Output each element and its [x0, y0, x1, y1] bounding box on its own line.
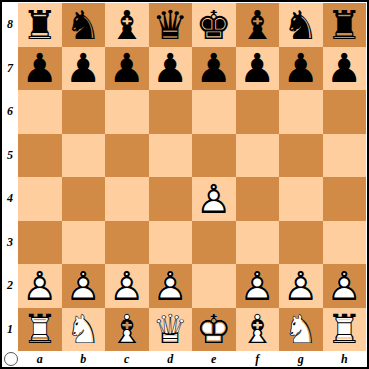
- piece-white-rook: ♜♖: [323, 308, 367, 352]
- piece-black-pawn: ♟: [105, 47, 149, 91]
- black-piece-layer: ♟: [236, 47, 280, 91]
- square-e4[interactable]: ♟♙: [192, 177, 236, 221]
- piece-black-pawn: ♟: [18, 47, 62, 91]
- square-h6[interactable]: [323, 90, 367, 134]
- file-label-h: h: [323, 352, 367, 367]
- black-piece-layer: ♞: [279, 3, 323, 47]
- file-label-e: e: [192, 352, 236, 367]
- rank-label-1: 1: [2, 308, 18, 352]
- square-e5[interactable]: [192, 134, 236, 178]
- piece-white-knight: ♞♘: [279, 308, 323, 352]
- piece-black-king: ♚: [192, 3, 236, 47]
- square-h4[interactable]: [323, 177, 367, 221]
- piece-black-pawn: ♟: [62, 47, 106, 91]
- white-piece-outline-layer: ♔: [192, 308, 236, 352]
- square-d1[interactable]: ♛♕: [149, 308, 193, 352]
- square-g4[interactable]: [279, 177, 323, 221]
- square-f3[interactable]: [236, 221, 280, 265]
- square-a6[interactable]: [18, 90, 62, 134]
- square-f7[interactable]: ♟: [236, 47, 280, 91]
- square-f8[interactable]: ♝: [236, 3, 280, 47]
- piece-white-pawn: ♟♙: [323, 264, 367, 308]
- piece-white-king: ♚♔: [192, 308, 236, 352]
- square-a5[interactable]: [18, 134, 62, 178]
- chess-board: ♜♞♝♛♚♝♞♜♟♟♟♟♟♟♟♟♟♙♟♙♟♙♟♙♟♙♟♙♟♙♟♙♜♖♞♘♝♗♛♕…: [18, 3, 366, 351]
- square-g2[interactable]: ♟♙: [279, 264, 323, 308]
- black-piece-layer: ♟: [279, 47, 323, 91]
- square-g5[interactable]: [279, 134, 323, 178]
- black-piece-layer: ♟: [192, 47, 236, 91]
- square-e2[interactable]: [192, 264, 236, 308]
- white-piece-outline-layer: ♙: [18, 264, 62, 308]
- square-c4[interactable]: [105, 177, 149, 221]
- piece-black-knight: ♞: [279, 3, 323, 47]
- move-indicator-circle: [4, 352, 18, 366]
- piece-white-rook: ♜♖: [18, 308, 62, 352]
- square-g8[interactable]: ♞: [279, 3, 323, 47]
- piece-white-pawn: ♟♙: [105, 264, 149, 308]
- piece-white-pawn: ♟♙: [236, 264, 280, 308]
- rank-label-2: 2: [2, 264, 18, 308]
- square-f2[interactable]: ♟♙: [236, 264, 280, 308]
- square-f5[interactable]: [236, 134, 280, 178]
- rank-label-5: 5: [2, 134, 18, 178]
- white-piece-outline-layer: ♘: [62, 308, 106, 352]
- square-d8[interactable]: ♛: [149, 3, 193, 47]
- black-piece-layer: ♜: [323, 3, 367, 47]
- black-piece-layer: ♝: [105, 3, 149, 47]
- piece-white-pawn: ♟♙: [18, 264, 62, 308]
- square-b3[interactable]: [62, 221, 106, 265]
- piece-black-pawn: ♟: [192, 47, 236, 91]
- square-b1[interactable]: ♞♘: [62, 308, 106, 352]
- piece-black-bishop: ♝: [105, 3, 149, 47]
- piece-black-rook: ♜: [18, 3, 62, 47]
- square-d4[interactable]: [149, 177, 193, 221]
- square-d7[interactable]: ♟: [149, 47, 193, 91]
- file-label-b: b: [62, 352, 106, 367]
- white-piece-outline-layer: ♙: [62, 264, 106, 308]
- square-h2[interactable]: ♟♙: [323, 264, 367, 308]
- chess-board-diagram: 87654321 ♜♞♝♛♚♝♞♜♟♟♟♟♟♟♟♟♟♙♟♙♟♙♟♙♟♙♟♙♟♙♟…: [0, 0, 369, 369]
- file-label-d: d: [149, 352, 193, 367]
- white-piece-outline-layer: ♖: [18, 308, 62, 352]
- black-piece-layer: ♟: [105, 47, 149, 91]
- square-b5[interactable]: [62, 134, 106, 178]
- square-a3[interactable]: [18, 221, 62, 265]
- square-c5[interactable]: [105, 134, 149, 178]
- square-b2[interactable]: ♟♙: [62, 264, 106, 308]
- square-c8[interactable]: ♝: [105, 3, 149, 47]
- square-b8[interactable]: ♞: [62, 3, 106, 47]
- white-piece-outline-layer: ♗: [105, 308, 149, 352]
- square-h3[interactable]: [323, 221, 367, 265]
- square-g7[interactable]: ♟: [279, 47, 323, 91]
- piece-black-pawn: ♟: [279, 47, 323, 91]
- square-c6[interactable]: [105, 90, 149, 134]
- piece-black-pawn: ♟: [236, 47, 280, 91]
- square-d5[interactable]: [149, 134, 193, 178]
- black-piece-layer: ♜: [18, 3, 62, 47]
- white-piece-outline-layer: ♙: [105, 264, 149, 308]
- square-h1[interactable]: ♜♖: [323, 308, 367, 352]
- square-c2[interactable]: ♟♙: [105, 264, 149, 308]
- black-piece-layer: ♟: [62, 47, 106, 91]
- black-piece-layer: ♛: [149, 3, 193, 47]
- square-b7[interactable]: ♟: [62, 47, 106, 91]
- rank-label-4: 4: [2, 177, 18, 221]
- white-piece-outline-layer: ♙: [323, 264, 367, 308]
- square-d6[interactable]: [149, 90, 193, 134]
- piece-white-queen: ♛♕: [149, 308, 193, 352]
- square-e7[interactable]: ♟: [192, 47, 236, 91]
- rank-label-8: 8: [2, 3, 18, 47]
- white-piece-outline-layer: ♙: [236, 264, 280, 308]
- white-piece-outline-layer: ♙: [192, 177, 236, 221]
- black-piece-layer: ♟: [149, 47, 193, 91]
- white-piece-outline-layer: ♗: [236, 308, 280, 352]
- square-c7[interactable]: ♟: [105, 47, 149, 91]
- square-e3[interactable]: [192, 221, 236, 265]
- rank-label-6: 6: [2, 90, 18, 134]
- file-label-g: g: [279, 352, 323, 367]
- square-b4[interactable]: [62, 177, 106, 221]
- piece-white-pawn: ♟♙: [62, 264, 106, 308]
- piece-white-pawn: ♟♙: [192, 177, 236, 221]
- piece-white-pawn: ♟♙: [149, 264, 193, 308]
- square-f1[interactable]: ♝♗: [236, 308, 280, 352]
- white-piece-outline-layer: ♖: [323, 308, 367, 352]
- square-g3[interactable]: [279, 221, 323, 265]
- piece-white-bishop: ♝♗: [105, 308, 149, 352]
- square-a1[interactable]: ♜♖: [18, 308, 62, 352]
- black-piece-layer: ♟: [18, 47, 62, 91]
- file-label-c: c: [105, 352, 149, 367]
- square-g1[interactable]: ♞♘: [279, 308, 323, 352]
- black-piece-layer: ♝: [236, 3, 280, 47]
- file-labels: abcdefgh: [18, 352, 366, 366]
- rank-label-3: 3: [2, 221, 18, 265]
- square-h5[interactable]: [323, 134, 367, 178]
- square-c3[interactable]: [105, 221, 149, 265]
- square-a4[interactable]: [18, 177, 62, 221]
- square-e1[interactable]: ♚♔: [192, 308, 236, 352]
- file-label-a: a: [18, 352, 62, 367]
- piece-black-bishop: ♝: [236, 3, 280, 47]
- square-g6[interactable]: [279, 90, 323, 134]
- piece-black-queen: ♛: [149, 3, 193, 47]
- white-piece-outline-layer: ♘: [279, 308, 323, 352]
- square-a7[interactable]: ♟: [18, 47, 62, 91]
- black-piece-layer: ♞: [62, 3, 106, 47]
- square-f6[interactable]: [236, 90, 280, 134]
- piece-white-knight: ♞♘: [62, 308, 106, 352]
- square-e6[interactable]: [192, 90, 236, 134]
- piece-white-bishop: ♝♗: [236, 308, 280, 352]
- square-e8[interactable]: ♚: [192, 3, 236, 47]
- square-f4[interactable]: [236, 177, 280, 221]
- white-piece-outline-layer: ♙: [279, 264, 323, 308]
- piece-white-pawn: ♟♙: [279, 264, 323, 308]
- black-piece-layer: ♟: [323, 47, 367, 91]
- black-piece-layer: ♚: [192, 3, 236, 47]
- piece-black-pawn: ♟: [149, 47, 193, 91]
- square-d3[interactable]: [149, 221, 193, 265]
- square-b6[interactable]: [62, 90, 106, 134]
- square-h8[interactable]: ♜: [323, 3, 367, 47]
- white-piece-outline-layer: ♙: [149, 264, 193, 308]
- rank-labels: 87654321: [2, 3, 18, 351]
- square-a8[interactable]: ♜: [18, 3, 62, 47]
- square-h7[interactable]: ♟: [323, 47, 367, 91]
- piece-black-pawn: ♟: [323, 47, 367, 91]
- rank-label-7: 7: [2, 47, 18, 91]
- square-d2[interactable]: ♟♙: [149, 264, 193, 308]
- square-c1[interactable]: ♝♗: [105, 308, 149, 352]
- square-a2[interactable]: ♟♙: [18, 264, 62, 308]
- file-label-f: f: [236, 352, 280, 367]
- white-piece-outline-layer: ♕: [149, 308, 193, 352]
- piece-black-rook: ♜: [323, 3, 367, 47]
- piece-black-knight: ♞: [62, 3, 106, 47]
